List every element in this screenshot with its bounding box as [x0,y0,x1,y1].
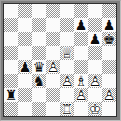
square-c2[interactable] [32,88,46,102]
square-e3[interactable]: ♟♙ [60,74,74,88]
square-d3[interactable] [46,74,60,88]
square-g4[interactable] [88,60,102,74]
square-b2[interactable] [18,88,32,102]
square-e5[interactable]: ♛♕ [60,46,74,60]
square-g6[interactable]: ♟ [88,32,102,46]
square-h3[interactable] [102,74,116,88]
square-g3[interactable]: ♟♙ [88,74,102,88]
white-pawn-fill: ♟ [88,74,102,88]
black-rook-piece: ♜ [4,88,18,102]
board-frame: ♟♟♟♚♛♕♟♛♟♙♞♟♙♝♗♟♙♜♟♙♟♙♜♖♚♔ [0,0,121,121]
black-pawn-piece: ♟ [74,18,88,32]
black-pawn-piece: ♟ [102,18,116,32]
square-d8[interactable] [46,4,60,18]
square-c3[interactable]: ♞ [32,74,46,88]
white-pawn-fill: ♟ [46,60,60,74]
square-f2[interactable]: ♟♙ [74,88,88,102]
chess-board: ♟♟♟♚♛♕♟♛♟♙♞♟♙♝♗♟♙♜♟♙♟♙♜♖♚♔ [4,4,116,116]
white-rook-fill: ♜ [60,102,74,116]
square-g5[interactable] [88,46,102,60]
square-b1[interactable] [18,102,32,116]
square-b3[interactable] [18,74,32,88]
square-h2[interactable]: ♟♙ [102,88,116,102]
square-c7[interactable] [32,18,46,32]
square-f1[interactable] [74,102,88,116]
white-pawn-piece: ♙ [102,88,116,102]
square-h6[interactable]: ♚ [102,32,116,46]
square-f6[interactable] [74,32,88,46]
square-g7[interactable] [88,18,102,32]
square-d1[interactable] [46,102,60,116]
white-bishop-fill: ♝ [74,74,88,88]
board-border: ♟♟♟♚♛♕♟♛♟♙♞♟♙♝♗♟♙♜♟♙♟♙♜♖♚♔ [3,3,117,117]
square-c1[interactable] [32,102,46,116]
square-d4[interactable]: ♟♙ [46,60,60,74]
black-knight-piece: ♞ [32,74,46,88]
square-e2[interactable] [60,88,74,102]
square-a8[interactable] [4,4,18,18]
square-d6[interactable] [46,32,60,46]
square-a3[interactable] [4,74,18,88]
white-pawn-fill: ♟ [102,88,116,102]
square-e1[interactable]: ♜♖ [60,102,74,116]
white-king-fill: ♚ [88,102,102,116]
square-a2[interactable]: ♜ [4,88,18,102]
white-queen-fill: ♛ [60,46,74,60]
white-king-piece: ♔ [88,102,102,116]
square-h5[interactable] [102,46,116,60]
square-c6[interactable] [32,32,46,46]
square-h4[interactable] [102,60,116,74]
square-h7[interactable]: ♟ [102,18,116,32]
square-b5[interactable] [18,46,32,60]
square-d5[interactable] [46,46,60,60]
square-a4[interactable] [4,60,18,74]
square-a1[interactable] [4,102,18,116]
square-h1[interactable] [102,102,116,116]
white-queen-piece: ♕ [60,46,74,60]
square-a6[interactable] [4,32,18,46]
square-e7[interactable] [60,18,74,32]
white-bishop-piece: ♗ [74,74,88,88]
square-e4[interactable] [60,60,74,74]
square-f5[interactable] [74,46,88,60]
square-b4[interactable]: ♟ [18,60,32,74]
black-pawn-piece: ♟ [18,60,32,74]
square-b8[interactable] [18,4,32,18]
square-d7[interactable] [46,18,60,32]
white-pawn-piece: ♙ [46,60,60,74]
square-c4[interactable]: ♛ [32,60,46,74]
white-pawn-piece: ♙ [88,74,102,88]
white-pawn-piece: ♙ [74,88,88,102]
square-g8[interactable] [88,4,102,18]
square-e8[interactable] [60,4,74,18]
white-pawn-fill: ♟ [74,88,88,102]
square-b7[interactable] [18,18,32,32]
square-f7[interactable]: ♟ [74,18,88,32]
white-rook-piece: ♖ [60,102,74,116]
white-pawn-piece: ♙ [60,74,74,88]
square-d2[interactable] [46,88,60,102]
square-c5[interactable] [32,46,46,60]
black-queen-piece: ♛ [32,60,46,74]
square-f4[interactable] [74,60,88,74]
square-g1[interactable]: ♚♔ [88,102,102,116]
square-f8[interactable] [74,4,88,18]
black-pawn-piece: ♟ [88,32,102,46]
black-king-piece: ♚ [102,32,116,46]
square-b6[interactable] [18,32,32,46]
square-a7[interactable] [4,18,18,32]
square-h8[interactable] [102,4,116,18]
square-e6[interactable] [60,32,74,46]
square-f3[interactable]: ♝♗ [74,74,88,88]
white-pawn-fill: ♟ [60,74,74,88]
square-g2[interactable] [88,88,102,102]
square-a5[interactable] [4,46,18,60]
square-c8[interactable] [32,4,46,18]
